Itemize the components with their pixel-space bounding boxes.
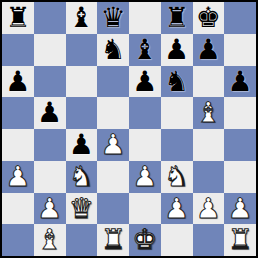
chess-board: ♜♝♛♜♚♞♝♟♟♟♟♞♟♟♝♟♟♟♞♟♞♟♛♟♟♟♝♜♚♜: [2, 2, 256, 256]
square-h6[interactable]: ♟: [224, 66, 256, 98]
piece-black-knight: ♞: [164, 66, 189, 98]
piece-white-rook: ♜: [101, 224, 126, 256]
square-a2[interactable]: [2, 193, 34, 225]
square-d7[interactable]: ♞: [97, 34, 129, 66]
square-c4[interactable]: ♟: [66, 129, 98, 161]
square-h8[interactable]: [224, 2, 256, 34]
piece-white-pawn: ♟: [5, 161, 30, 193]
square-e5[interactable]: [129, 97, 161, 129]
piece-white-king: ♚: [132, 224, 157, 256]
square-b8[interactable]: [34, 2, 66, 34]
square-e4[interactable]: [129, 129, 161, 161]
square-b2[interactable]: ♟: [34, 193, 66, 225]
square-h2[interactable]: ♟: [224, 193, 256, 225]
square-f1[interactable]: [161, 224, 193, 256]
piece-white-knight: ♞: [69, 161, 94, 193]
piece-black-pawn: ♟: [228, 66, 253, 98]
square-a5[interactable]: [2, 97, 34, 129]
piece-white-pawn: ♟: [37, 193, 62, 225]
square-g8[interactable]: ♚: [193, 2, 225, 34]
square-d6[interactable]: [97, 66, 129, 98]
piece-white-pawn: ♟: [164, 193, 189, 225]
square-g7[interactable]: ♟: [193, 34, 225, 66]
square-g4[interactable]: [193, 129, 225, 161]
square-g6[interactable]: [193, 66, 225, 98]
piece-black-rook: ♜: [5, 2, 30, 34]
piece-white-queen: ♛: [69, 193, 94, 225]
square-f6[interactable]: ♞: [161, 66, 193, 98]
square-e6[interactable]: ♟: [129, 66, 161, 98]
piece-white-pawn: ♟: [101, 129, 126, 161]
square-d3[interactable]: [97, 161, 129, 193]
piece-white-rook: ♜: [228, 224, 253, 256]
square-g1[interactable]: [193, 224, 225, 256]
square-f5[interactable]: [161, 97, 193, 129]
square-d4[interactable]: ♟: [97, 129, 129, 161]
square-c1[interactable]: [66, 224, 98, 256]
square-b4[interactable]: [34, 129, 66, 161]
piece-black-bishop: ♝: [132, 34, 157, 66]
square-e1[interactable]: ♚: [129, 224, 161, 256]
square-d5[interactable]: [97, 97, 129, 129]
square-d1[interactable]: ♜: [97, 224, 129, 256]
square-c3[interactable]: ♞: [66, 161, 98, 193]
piece-black-pawn: ♟: [69, 129, 94, 161]
square-e2[interactable]: [129, 193, 161, 225]
square-e8[interactable]: [129, 2, 161, 34]
square-c7[interactable]: [66, 34, 98, 66]
square-e7[interactable]: ♝: [129, 34, 161, 66]
square-b7[interactable]: [34, 34, 66, 66]
piece-black-king: ♚: [196, 2, 221, 34]
piece-black-pawn: ♟: [164, 34, 189, 66]
square-b3[interactable]: [34, 161, 66, 193]
piece-black-knight: ♞: [101, 34, 126, 66]
piece-white-bishop: ♝: [37, 224, 62, 256]
square-f3[interactable]: ♞: [161, 161, 193, 193]
square-a8[interactable]: ♜: [2, 2, 34, 34]
piece-black-pawn: ♟: [132, 66, 157, 98]
square-h3[interactable]: [224, 161, 256, 193]
piece-white-pawn: ♟: [228, 193, 253, 225]
piece-black-queen: ♛: [101, 2, 126, 34]
square-b5[interactable]: ♟: [34, 97, 66, 129]
square-f8[interactable]: ♜: [161, 2, 193, 34]
square-g3[interactable]: [193, 161, 225, 193]
square-a7[interactable]: [2, 34, 34, 66]
piece-black-pawn: ♟: [5, 66, 30, 98]
square-d8[interactable]: ♛: [97, 2, 129, 34]
square-c8[interactable]: ♝: [66, 2, 98, 34]
square-g5[interactable]: ♝: [193, 97, 225, 129]
square-e3[interactable]: ♟: [129, 161, 161, 193]
square-c2[interactable]: ♛: [66, 193, 98, 225]
square-f7[interactable]: ♟: [161, 34, 193, 66]
piece-white-pawn: ♟: [196, 193, 221, 225]
square-h5[interactable]: [224, 97, 256, 129]
square-d2[interactable]: [97, 193, 129, 225]
square-a4[interactable]: [2, 129, 34, 161]
square-b6[interactable]: [34, 66, 66, 98]
piece-black-bishop: ♝: [69, 2, 94, 34]
piece-white-bishop: ♝: [196, 97, 221, 129]
square-h7[interactable]: [224, 34, 256, 66]
square-f4[interactable]: [161, 129, 193, 161]
square-a1[interactable]: [2, 224, 34, 256]
square-c5[interactable]: [66, 97, 98, 129]
piece-white-pawn: ♟: [132, 161, 157, 193]
square-a6[interactable]: ♟: [2, 66, 34, 98]
piece-white-knight: ♞: [164, 161, 189, 193]
square-c6[interactable]: [66, 66, 98, 98]
square-h1[interactable]: ♜: [224, 224, 256, 256]
piece-black-pawn: ♟: [37, 97, 62, 129]
piece-black-pawn: ♟: [196, 34, 221, 66]
square-h4[interactable]: [224, 129, 256, 161]
square-g2[interactable]: ♟: [193, 193, 225, 225]
square-f2[interactable]: ♟: [161, 193, 193, 225]
square-a3[interactable]: ♟: [2, 161, 34, 193]
piece-black-rook: ♜: [164, 2, 189, 34]
square-b1[interactable]: ♝: [34, 224, 66, 256]
chess-board-frame: ♜♝♛♜♚♞♝♟♟♟♟♞♟♟♝♟♟♟♞♟♞♟♛♟♟♟♝♜♚♜: [0, 0, 258, 258]
